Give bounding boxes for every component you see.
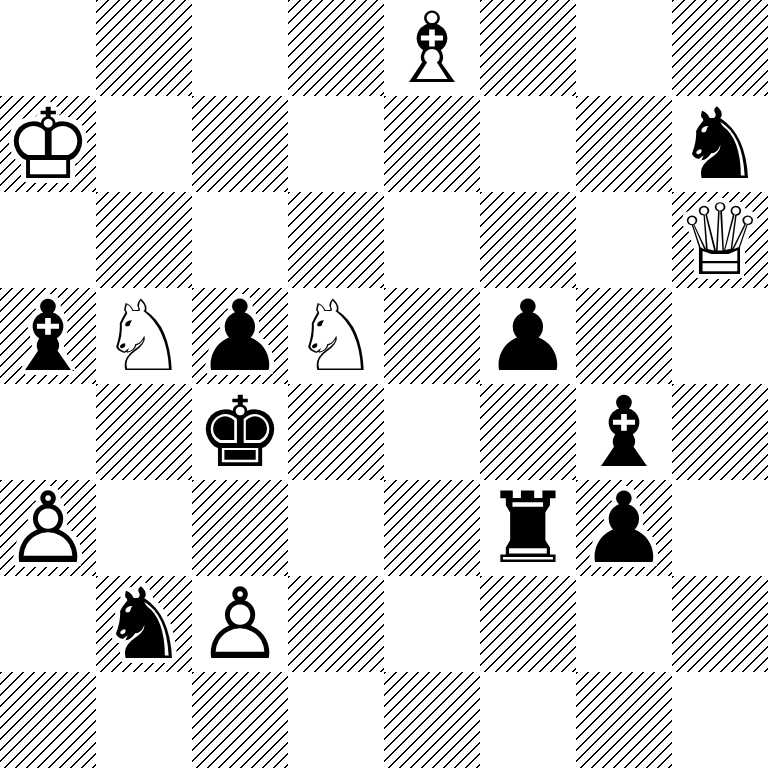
- square-b2[interactable]: ♞♞: [96, 576, 192, 672]
- square-a7[interactable]: ♚♔: [0, 96, 96, 192]
- square-b7[interactable]: [96, 96, 192, 192]
- square-a6[interactable]: [0, 192, 96, 288]
- square-g6[interactable]: [576, 192, 672, 288]
- square-e6[interactable]: [384, 192, 480, 288]
- square-b3[interactable]: [96, 480, 192, 576]
- square-c1[interactable]: [192, 672, 288, 768]
- white-bishop-glyph: ♗: [388, 0, 476, 96]
- piece-white-knight[interactable]: ♞♘: [288, 288, 384, 384]
- square-d1[interactable]: [288, 672, 384, 768]
- square-e7[interactable]: [384, 96, 480, 192]
- square-c2[interactable]: ♟♙: [192, 576, 288, 672]
- square-f8[interactable]: [480, 0, 576, 96]
- piece-black-pawn[interactable]: ♟♟: [192, 288, 288, 384]
- square-h8[interactable]: [672, 0, 768, 96]
- square-f6[interactable]: [480, 192, 576, 288]
- chess-diagram: ♝♗♚♔♞♞♛♕♝♝♞♘♟♟♞♘♟♟♚♚♝♝♟♙♜♜♟♟♞♞♟♙: [0, 0, 768, 768]
- piece-white-knight[interactable]: ♞♘: [96, 288, 192, 384]
- piece-white-pawn[interactable]: ♟♙: [0, 480, 96, 576]
- white-pawn-glyph: ♙: [196, 576, 284, 672]
- square-h4[interactable]: [672, 384, 768, 480]
- square-b5[interactable]: ♞♘: [96, 288, 192, 384]
- square-c7[interactable]: [192, 96, 288, 192]
- piece-black-bishop[interactable]: ♝♝: [576, 384, 672, 480]
- square-d6[interactable]: [288, 192, 384, 288]
- square-e5[interactable]: [384, 288, 480, 384]
- square-g7[interactable]: [576, 96, 672, 192]
- piece-black-bishop[interactable]: ♝♝: [0, 288, 96, 384]
- square-e3[interactable]: [384, 480, 480, 576]
- square-e8[interactable]: ♝♗: [384, 0, 480, 96]
- square-a3[interactable]: ♟♙: [0, 480, 96, 576]
- square-d8[interactable]: [288, 0, 384, 96]
- square-a4[interactable]: [0, 384, 96, 480]
- square-c5[interactable]: ♟♟: [192, 288, 288, 384]
- square-a1[interactable]: [0, 672, 96, 768]
- piece-black-knight[interactable]: ♞♞: [672, 96, 768, 192]
- square-a8[interactable]: [0, 0, 96, 96]
- white-knight-glyph: ♘: [292, 288, 380, 384]
- square-d4[interactable]: [288, 384, 384, 480]
- square-h7[interactable]: ♞♞: [672, 96, 768, 192]
- square-d3[interactable]: [288, 480, 384, 576]
- piece-white-bishop[interactable]: ♝♗: [384, 0, 480, 96]
- black-pawn-glyph: ♟: [484, 288, 572, 384]
- square-d5[interactable]: ♞♘: [288, 288, 384, 384]
- white-knight-glyph: ♘: [100, 288, 188, 384]
- square-c4[interactable]: ♚♚: [192, 384, 288, 480]
- piece-black-knight[interactable]: ♞♞: [96, 576, 192, 672]
- square-b8[interactable]: [96, 0, 192, 96]
- square-c8[interactable]: [192, 0, 288, 96]
- square-b6[interactable]: [96, 192, 192, 288]
- square-h5[interactable]: [672, 288, 768, 384]
- square-f4[interactable]: [480, 384, 576, 480]
- square-b1[interactable]: [96, 672, 192, 768]
- black-knight-glyph: ♞: [100, 576, 188, 672]
- square-f1[interactable]: [480, 672, 576, 768]
- square-g8[interactable]: [576, 0, 672, 96]
- square-a5[interactable]: ♝♝: [0, 288, 96, 384]
- square-h6[interactable]: ♛♕: [672, 192, 768, 288]
- piece-black-rook[interactable]: ♜♜: [480, 480, 576, 576]
- black-pawn-glyph: ♟: [580, 480, 668, 576]
- square-d7[interactable]: [288, 96, 384, 192]
- square-f2[interactable]: [480, 576, 576, 672]
- white-king-glyph: ♔: [4, 96, 92, 192]
- black-knight-glyph: ♞: [676, 96, 764, 192]
- white-queen-glyph: ♕: [676, 192, 764, 288]
- black-king-glyph: ♚: [196, 384, 284, 480]
- square-d2[interactable]: [288, 576, 384, 672]
- black-bishop-glyph: ♝: [580, 384, 668, 480]
- square-c3[interactable]: [192, 480, 288, 576]
- piece-white-pawn[interactable]: ♟♙: [192, 576, 288, 672]
- square-e2[interactable]: [384, 576, 480, 672]
- chess-board: ♝♗♚♔♞♞♛♕♝♝♞♘♟♟♞♘♟♟♚♚♝♝♟♙♜♜♟♟♞♞♟♙: [0, 0, 768, 768]
- square-g4[interactable]: ♝♝: [576, 384, 672, 480]
- square-g5[interactable]: [576, 288, 672, 384]
- black-pawn-glyph: ♟: [196, 288, 284, 384]
- square-b4[interactable]: [96, 384, 192, 480]
- square-c6[interactable]: [192, 192, 288, 288]
- piece-black-pawn[interactable]: ♟♟: [480, 288, 576, 384]
- piece-black-pawn[interactable]: ♟♟: [576, 480, 672, 576]
- black-bishop-glyph: ♝: [4, 288, 92, 384]
- square-a2[interactable]: [0, 576, 96, 672]
- piece-white-king[interactable]: ♚♔: [0, 96, 96, 192]
- square-e1[interactable]: [384, 672, 480, 768]
- square-g1[interactable]: [576, 672, 672, 768]
- black-rook-glyph: ♜: [484, 480, 572, 576]
- square-h2[interactable]: [672, 576, 768, 672]
- square-f5[interactable]: ♟♟: [480, 288, 576, 384]
- piece-white-queen[interactable]: ♛♕: [672, 192, 768, 288]
- square-h3[interactable]: [672, 480, 768, 576]
- square-f3[interactable]: ♜♜: [480, 480, 576, 576]
- square-e4[interactable]: [384, 384, 480, 480]
- square-g2[interactable]: [576, 576, 672, 672]
- square-f7[interactable]: [480, 96, 576, 192]
- white-pawn-glyph: ♙: [4, 480, 92, 576]
- square-h1[interactable]: [672, 672, 768, 768]
- square-g3[interactable]: ♟♟: [576, 480, 672, 576]
- piece-black-king[interactable]: ♚♚: [192, 384, 288, 480]
